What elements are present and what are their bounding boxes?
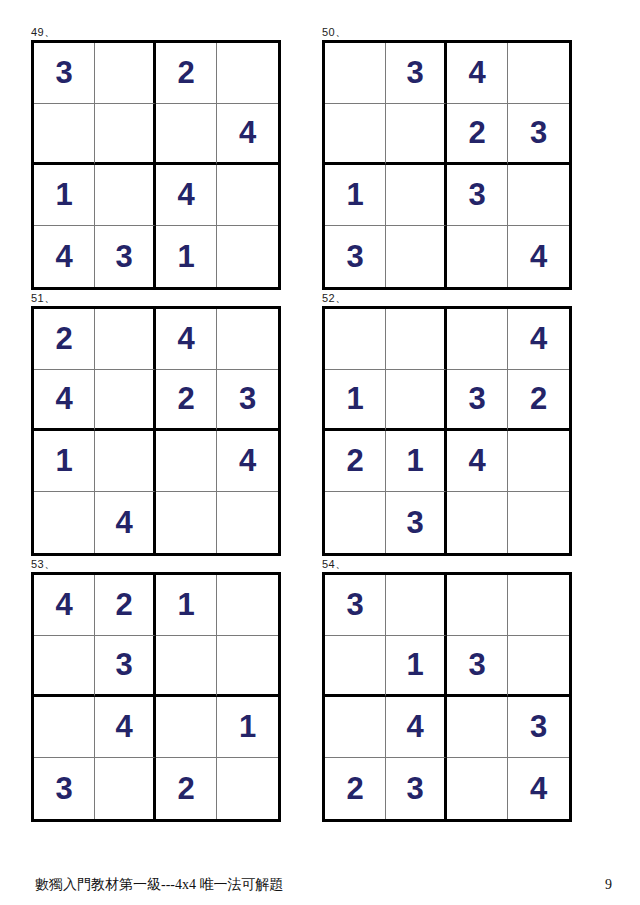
puzzle-49: 49、32414431 — [31, 26, 281, 290]
sudoku-cell-r2c4: 2 — [508, 370, 569, 431]
sudoku-cell-r4c2 — [386, 226, 447, 287]
sudoku-cell-r2c1 — [34, 636, 95, 697]
sudoku-cell-r3c4: 4 — [217, 431, 278, 492]
sudoku-cell-r1c3: 4 — [156, 309, 217, 370]
sudoku-cell-r4c1: 3 — [325, 226, 386, 287]
sudoku-cell-r3c2: 1 — [386, 431, 447, 492]
sudoku-cell-r1c4 — [217, 43, 278, 104]
sudoku-cell-r1c3 — [447, 575, 508, 636]
puzzle-number-label: 51、 — [31, 292, 281, 305]
sudoku-cell-r3c1: 1 — [325, 165, 386, 226]
sudoku-cell-r1c2 — [386, 309, 447, 370]
sudoku-cell-r3c2: 4 — [95, 697, 156, 758]
sudoku-cell-r3c3: 4 — [447, 431, 508, 492]
sudoku-cell-r4c3 — [156, 492, 217, 553]
sudoku-cell-r3c4: 3 — [508, 697, 569, 758]
sudoku-cell-r3c1: 1 — [34, 165, 95, 226]
sudoku-cell-r2c1: 4 — [34, 370, 95, 431]
sudoku-cell-r1c2 — [95, 43, 156, 104]
sudoku-cell-r1c1: 2 — [34, 309, 95, 370]
sudoku-cell-r3c2 — [95, 431, 156, 492]
sudoku-cell-r4c4: 4 — [508, 226, 569, 287]
puzzle-50: 50、34231334 — [322, 26, 572, 290]
sudoku-board: 24423144 — [31, 306, 281, 556]
sudoku-cell-r2c1 — [325, 104, 386, 165]
sudoku-cell-r3c3: 4 — [156, 165, 217, 226]
sudoku-cell-r1c1 — [325, 309, 386, 370]
sudoku-cell-r1c3: 2 — [156, 43, 217, 104]
sudoku-cell-r3c4 — [508, 165, 569, 226]
sudoku-cell-r1c1: 3 — [34, 43, 95, 104]
sudoku-cell-r4c4 — [217, 226, 278, 287]
sudoku-cell-r4c3 — [447, 758, 508, 819]
sudoku-cell-r2c2: 1 — [386, 636, 447, 697]
sudoku-cell-r1c1 — [325, 43, 386, 104]
sudoku-cell-r2c4 — [217, 636, 278, 697]
puzzle-51: 51、24423144 — [31, 292, 281, 556]
puzzle-53: 53、42134132 — [31, 558, 281, 822]
sudoku-cell-r2c1: 1 — [325, 370, 386, 431]
sudoku-cell-r3c4 — [217, 165, 278, 226]
sudoku-cell-r4c1 — [325, 492, 386, 553]
sudoku-cell-r4c4 — [217, 758, 278, 819]
sudoku-cell-r4c1: 3 — [34, 758, 95, 819]
sudoku-cell-r3c2 — [386, 165, 447, 226]
sudoku-cell-r3c2: 4 — [386, 697, 447, 758]
sudoku-cell-r4c3: 2 — [156, 758, 217, 819]
sudoku-cell-r2c3: 3 — [447, 636, 508, 697]
sudoku-cell-r1c2: 2 — [95, 575, 156, 636]
sudoku-cell-r3c3: 3 — [447, 165, 508, 226]
sudoku-cell-r1c2 — [95, 309, 156, 370]
sudoku-cell-r4c4 — [217, 492, 278, 553]
sudoku-cell-r4c1 — [34, 492, 95, 553]
sudoku-cell-r2c3: 2 — [156, 370, 217, 431]
sudoku-cell-r3c4 — [508, 431, 569, 492]
sudoku-cell-r2c4 — [508, 636, 569, 697]
sudoku-cell-r3c3 — [156, 431, 217, 492]
sudoku-cell-r1c4 — [217, 575, 278, 636]
sudoku-cell-r2c1 — [34, 104, 95, 165]
puzzles-container: 49、3241443150、3423133451、2442314452、4132… — [31, 26, 572, 822]
footer-title: 數獨入門教材第一級---4x4 唯一法可解題 — [35, 876, 284, 894]
sudoku-cell-r3c1: 2 — [325, 431, 386, 492]
sudoku-cell-r4c3 — [447, 226, 508, 287]
sudoku-cell-r1c4 — [508, 43, 569, 104]
sudoku-cell-r2c4: 3 — [217, 370, 278, 431]
sudoku-cell-r2c3: 3 — [447, 370, 508, 431]
sudoku-cell-r1c4: 4 — [508, 309, 569, 370]
sudoku-cell-r2c4: 3 — [508, 104, 569, 165]
sudoku-cell-r2c3 — [156, 636, 217, 697]
sudoku-cell-r1c3 — [447, 309, 508, 370]
page-footer: 數獨入門教材第一級---4x4 唯一法可解題 9 — [35, 876, 612, 894]
sudoku-cell-r1c3: 4 — [447, 43, 508, 104]
sudoku-cell-r2c2 — [386, 370, 447, 431]
sudoku-cell-r3c1 — [325, 697, 386, 758]
sudoku-board: 41322143 — [322, 306, 572, 556]
sudoku-cell-r4c1: 2 — [325, 758, 386, 819]
puzzle-number-label: 50、 — [322, 26, 572, 39]
sudoku-cell-r3c3 — [447, 697, 508, 758]
sudoku-cell-r1c2: 3 — [386, 43, 447, 104]
sudoku-board: 31343234 — [322, 572, 572, 822]
sudoku-cell-r3c4: 1 — [217, 697, 278, 758]
puzzle-number-label: 49、 — [31, 26, 281, 39]
sudoku-cell-r2c3: 2 — [447, 104, 508, 165]
sudoku-cell-r1c2 — [386, 575, 447, 636]
sudoku-cell-r4c3: 1 — [156, 226, 217, 287]
sudoku-cell-r2c3 — [156, 104, 217, 165]
sudoku-cell-r2c2: 3 — [95, 636, 156, 697]
puzzle-number-label: 54、 — [322, 558, 572, 571]
puzzle-52: 52、41322143 — [322, 292, 572, 556]
sudoku-cell-r3c3 — [156, 697, 217, 758]
sudoku-cell-r4c1: 4 — [34, 226, 95, 287]
sudoku-cell-r4c2: 3 — [386, 758, 447, 819]
sudoku-cell-r4c2: 3 — [386, 492, 447, 553]
sudoku-cell-r1c1: 3 — [325, 575, 386, 636]
sudoku-cell-r3c1 — [34, 697, 95, 758]
puzzle-54: 54、31343234 — [322, 558, 572, 822]
puzzle-number-label: 53、 — [31, 558, 281, 571]
sudoku-cell-r2c4: 4 — [217, 104, 278, 165]
sudoku-cell-r4c2 — [95, 758, 156, 819]
sudoku-cell-r4c2: 3 — [95, 226, 156, 287]
sudoku-cell-r2c2 — [95, 370, 156, 431]
sudoku-cell-r3c1: 1 — [34, 431, 95, 492]
puzzle-number-label: 52、 — [322, 292, 572, 305]
sudoku-cell-r2c2 — [95, 104, 156, 165]
page-number: 9 — [605, 877, 612, 893]
sudoku-cell-r1c4 — [217, 309, 278, 370]
sudoku-cell-r4c4 — [508, 492, 569, 553]
sudoku-board: 34231334 — [322, 40, 572, 290]
sudoku-cell-r1c3: 1 — [156, 575, 217, 636]
sudoku-cell-r1c4 — [508, 575, 569, 636]
sudoku-cell-r1c1: 4 — [34, 575, 95, 636]
sudoku-cell-r2c2 — [386, 104, 447, 165]
sudoku-cell-r2c1 — [325, 636, 386, 697]
sudoku-board: 32414431 — [31, 40, 281, 290]
sudoku-cell-r3c2 — [95, 165, 156, 226]
sudoku-cell-r4c4: 4 — [508, 758, 569, 819]
sudoku-board: 42134132 — [31, 572, 281, 822]
sudoku-cell-r4c3 — [447, 492, 508, 553]
sudoku-cell-r4c2: 4 — [95, 492, 156, 553]
